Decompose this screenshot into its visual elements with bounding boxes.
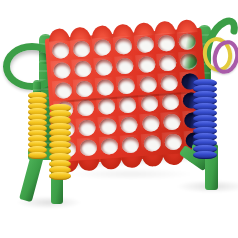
- stacked-disc: [193, 151, 217, 159]
- stacked-disc: [28, 152, 47, 159]
- left-foot-front-leg: [19, 152, 44, 202]
- giant-connect-four-product-photo: [0, 0, 238, 238]
- yellow-disc-stack-front: [49, 104, 71, 180]
- stacked-disc: [49, 172, 71, 180]
- blue-disc-stack: [193, 79, 217, 159]
- yellow-disc-stack-back: [28, 92, 47, 159]
